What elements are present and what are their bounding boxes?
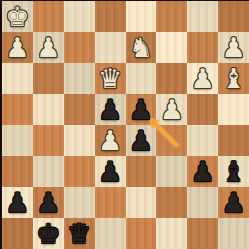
white-pawn[interactable]: ♟ — [2, 32, 33, 63]
white-bishop[interactable]: ♝ — [218, 63, 249, 94]
black-pawn[interactable]: ♟ — [95, 156, 126, 187]
board-pieces: ♚♟♟♞♟♛♟♝♟♟♟♟♟♟♟♝♟♟♟♚♛ — [2, 1, 249, 249]
black-pawn[interactable]: ♟ — [2, 187, 33, 218]
black-pawn[interactable]: ♟ — [187, 156, 218, 187]
white-pawn[interactable]: ♟ — [187, 63, 218, 94]
black-pawn[interactable]: ♟ — [218, 187, 249, 218]
black-pawn[interactable]: ♟ — [126, 94, 157, 125]
white-king[interactable]: ♚ — [2, 1, 33, 32]
black-pawn[interactable]: ♟ — [126, 125, 157, 156]
black-bishop[interactable]: ♝ — [218, 156, 249, 187]
white-queen[interactable]: ♛ — [95, 63, 126, 94]
black-queen[interactable]: ♛ — [64, 218, 95, 249]
black-king[interactable]: ♚ — [33, 218, 64, 249]
black-pawn[interactable]: ♟ — [95, 94, 126, 125]
white-knight[interactable]: ♞ — [126, 32, 157, 63]
white-pawn[interactable]: ♟ — [95, 125, 126, 156]
black-pawn[interactable]: ♟ — [33, 187, 64, 218]
white-pawn[interactable]: ♟ — [33, 32, 64, 63]
chess-board[interactable]: ♚♟♟♞♟♛♟♝♟♟♟♟♟♟♟♝♟♟♟♚♛ — [0, 0, 249, 249]
white-pawn[interactable]: ♟ — [156, 94, 187, 125]
white-pawn[interactable]: ♟ — [218, 32, 249, 63]
chess-board-screenshot: ♚♟♟♞♟♛♟♝♟♟♟♟♟♟♟♝♟♟♟♚♛ — [0, 0, 249, 249]
